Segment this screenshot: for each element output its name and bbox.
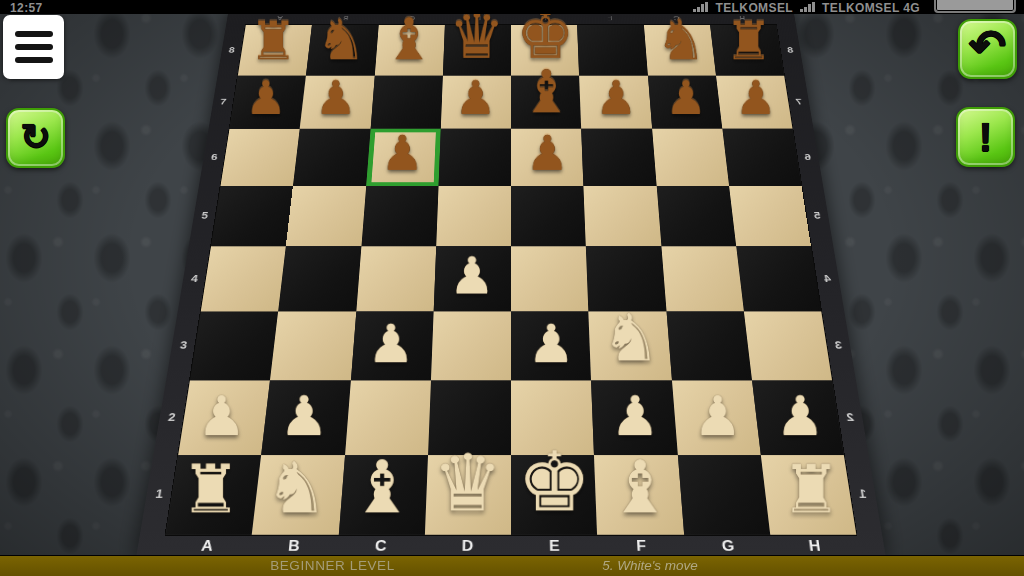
square-b4[interactable] (278, 246, 361, 311)
square-d7[interactable]: ♟ (441, 75, 511, 128)
square-e3[interactable]: ♟ (511, 311, 591, 380)
white-knight-b1[interactable]: ♞ (265, 452, 329, 523)
square-h2[interactable]: ♟ (752, 380, 844, 454)
black-knight-g8[interactable]: ♞ (656, 12, 706, 68)
square-g1[interactable] (677, 455, 770, 535)
white-knight-f3[interactable]: ♞ (601, 305, 660, 371)
square-h7[interactable]: ♟ (716, 75, 793, 128)
square-d8[interactable]: ♛ (443, 25, 511, 75)
black-pawn-f7[interactable]: ♟ (595, 75, 637, 122)
square-d6[interactable] (438, 129, 511, 186)
rotate-icon: ↻ (20, 116, 50, 158)
black-pawn-h7[interactable]: ♟ (735, 75, 777, 122)
square-h8[interactable]: ♜ (710, 25, 784, 75)
square-b8[interactable]: ♞ (306, 25, 378, 75)
square-b3[interactable] (270, 311, 356, 380)
square-h6[interactable] (722, 129, 801, 186)
square-a5[interactable] (211, 186, 293, 247)
square-b6[interactable] (293, 129, 370, 186)
square-g5[interactable] (656, 186, 736, 247)
square-d5[interactable] (436, 186, 511, 247)
square-b1[interactable]: ♞ (252, 455, 345, 535)
battery-icon (934, 0, 1016, 13)
white-pawn-f2[interactable]: ♟ (610, 389, 659, 444)
square-f7[interactable]: ♟ (579, 75, 651, 128)
square-d1[interactable]: ♛ (425, 455, 511, 535)
black-pawn-a7[interactable]: ♟ (245, 75, 287, 122)
hamburger-icon (15, 57, 53, 63)
white-pawn-e3[interactable]: ♟ (527, 317, 575, 370)
undo-icon: ↶ (969, 20, 1006, 71)
square-f3[interactable]: ♞ (589, 311, 672, 380)
square-d3[interactable] (431, 311, 511, 380)
black-rook-a8[interactable]: ♜ (249, 15, 297, 68)
square-e5[interactable] (511, 186, 586, 247)
square-g3[interactable] (666, 311, 752, 380)
square-a1[interactable]: ♜ (166, 455, 262, 535)
square-c5[interactable] (361, 186, 438, 247)
white-queen-d1[interactable]: ♛ (433, 444, 504, 523)
hint-button[interactable]: ! (956, 107, 1015, 167)
clock-time: 12:57 (10, 1, 43, 14)
move-status: 5. White's move (530, 558, 770, 573)
file-label-d: D (424, 535, 511, 558)
difficulty-level: BEGINNER LEVEL (205, 558, 460, 573)
file-label-c: C (337, 535, 425, 558)
undo-move-button[interactable]: ↶ (958, 19, 1017, 79)
square-e4[interactable] (511, 246, 589, 311)
white-pawn-h2[interactable]: ♟ (776, 389, 825, 444)
square-e7[interactable]: ♝ (511, 75, 581, 128)
square-g7[interactable]: ♟ (648, 75, 723, 128)
exclamation-icon: ! (979, 115, 992, 160)
square-g8[interactable]: ♞ (644, 25, 716, 75)
white-rook-a1[interactable]: ♜ (180, 456, 240, 523)
square-c3[interactable]: ♟ (350, 311, 433, 380)
square-b5[interactable] (286, 186, 366, 247)
white-pawn-b2[interactable]: ♟ (279, 389, 328, 444)
square-c4[interactable] (356, 246, 436, 311)
white-king-e1[interactable]: ♚ (517, 440, 591, 523)
square-c6[interactable]: ♟ (366, 129, 441, 186)
square-c7[interactable] (370, 75, 442, 128)
white-pawn-c3[interactable]: ♟ (367, 317, 415, 370)
file-label-e: E (511, 535, 598, 558)
hamburger-icon (15, 44, 53, 50)
signal-icon (800, 2, 815, 12)
square-h5[interactable] (729, 186, 811, 247)
black-queen-d8[interactable]: ♛ (449, 6, 505, 68)
square-e1[interactable]: ♚ (511, 455, 597, 535)
file-labels-near: ABCDEFGH (162, 535, 860, 558)
rotate-board-button[interactable]: ↻ (6, 108, 65, 168)
square-d4[interactable]: ♟ (433, 246, 511, 311)
black-pawn-c6[interactable]: ♟ (381, 130, 424, 178)
menu-button[interactable] (3, 15, 64, 79)
file-label-h: H (770, 535, 860, 558)
square-a2[interactable]: ♟ (178, 380, 270, 454)
square-f1[interactable]: ♝ (594, 455, 683, 535)
square-c1[interactable]: ♝ (338, 455, 427, 535)
black-pawn-e6[interactable]: ♟ (526, 130, 569, 178)
chess-app-screen: ABCDEFGH 87654321 87654321 ABCDEFGH ♜♞♝♛… (0, 0, 1024, 576)
black-knight-b8[interactable]: ♞ (316, 12, 366, 68)
square-a8[interactable]: ♜ (238, 25, 312, 75)
chess-board: ABCDEFGH 87654321 87654321 ABCDEFGH ♜♞♝♛… (136, 11, 886, 558)
square-g6[interactable] (652, 129, 729, 186)
square-a7[interactable]: ♟ (229, 75, 306, 128)
square-h3[interactable] (744, 311, 832, 380)
square-a3[interactable] (190, 311, 278, 380)
black-pawn-d7[interactable]: ♟ (455, 75, 497, 122)
square-a6[interactable] (221, 129, 300, 186)
square-h1[interactable]: ♜ (761, 455, 857, 535)
square-c8[interactable]: ♝ (374, 25, 444, 75)
white-rook-h1[interactable]: ♜ (782, 456, 842, 523)
hamburger-icon (15, 31, 53, 37)
carrier-name: TELKOMSEL (715, 1, 793, 14)
square-f8[interactable] (577, 25, 647, 75)
black-rook-h8[interactable]: ♜ (725, 15, 773, 68)
square-g4[interactable] (661, 246, 744, 311)
black-pawn-g7[interactable]: ♟ (665, 75, 707, 122)
square-f6[interactable] (581, 129, 656, 186)
file-label-f: F (597, 535, 685, 558)
black-bishop-e7[interactable]: ♝ (519, 62, 572, 121)
file-label-g: G (684, 535, 773, 558)
black-pawn-b7[interactable]: ♟ (315, 75, 357, 122)
white-pawn-g2[interactable]: ♟ (693, 389, 742, 444)
square-g2[interactable]: ♟ (672, 380, 761, 454)
square-b2[interactable]: ♟ (261, 380, 350, 454)
status-bar: 12:57 TELKOMSEL TELKOMSEL 4G (0, 0, 1024, 14)
square-h4[interactable] (736, 246, 821, 311)
file-label-a: A (162, 535, 252, 558)
white-pawn-a2[interactable]: ♟ (197, 389, 246, 444)
white-bishop-f1[interactable]: ♝ (607, 450, 672, 523)
carrier-name-4g: TELKOMSEL 4G (822, 1, 920, 14)
white-pawn-d4[interactable]: ♟ (449, 250, 495, 301)
squares: ♜♞♝♛♚♞♜♟♟♟♝♟♟♟♟♟♟♟♟♞♟♟♟♟♟♜♞♝♛♚♝♜ (166, 25, 857, 535)
square-b7[interactable]: ♟ (300, 75, 375, 128)
signal-icon (693, 2, 708, 12)
square-e6[interactable]: ♟ (511, 129, 584, 186)
file-label-b: B (249, 535, 338, 558)
square-f5[interactable] (584, 186, 661, 247)
black-bishop-c8[interactable]: ♝ (383, 10, 435, 68)
bottom-bar: BEGINNER LEVEL 5. White's move (0, 556, 1024, 576)
carrier-group: TELKOMSEL TELKOMSEL 4G (693, 1, 920, 14)
square-a4[interactable] (201, 246, 286, 311)
white-bishop-c1[interactable]: ♝ (350, 450, 415, 523)
